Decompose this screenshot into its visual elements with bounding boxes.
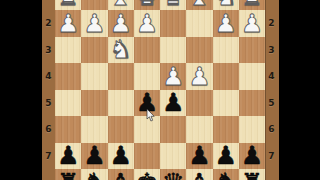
mouse-cursor-icon <box>146 109 155 122</box>
video-frame: ♜♝♚♛♝♞♜♟♟♟♟♟♟♞♟♟♟♟♟♟♟♟♟♟♜♞♝♚♛♝♞♜ 2233445… <box>0 0 320 180</box>
square-d6[interactable] <box>160 116 186 143</box>
square-b2[interactable]: ♟ <box>213 10 239 37</box>
white-pawn[interactable]: ♟ <box>109 11 131 36</box>
square-h6[interactable] <box>55 116 81 143</box>
square-h2[interactable]: ♟ <box>55 10 81 37</box>
white-pawn[interactable]: ♟ <box>241 11 263 36</box>
rank-label-2-left: 2 <box>42 10 55 37</box>
rank-label-7-right: 7 <box>265 143 278 170</box>
square-a5[interactable] <box>239 90 265 117</box>
rank-label-2-right: 2 <box>265 10 278 37</box>
square-d1[interactable]: ♛ <box>160 0 186 10</box>
square-b7[interactable]: ♟ <box>213 143 239 170</box>
square-a7[interactable]: ♟ <box>239 143 265 170</box>
square-h5[interactable] <box>55 90 81 117</box>
white-king[interactable]: ♚ <box>136 0 158 9</box>
rank-label-4-left: 4 <box>42 63 55 90</box>
square-f7[interactable]: ♟ <box>108 143 134 170</box>
square-g2[interactable]: ♟ <box>81 10 107 37</box>
chess-board[interactable]: ♜♝♚♛♝♞♜♟♟♟♟♟♟♞♟♟♟♟♟♟♟♟♟♟♜♞♝♚♛♝♞♜ <box>55 0 265 180</box>
square-h7[interactable]: ♟ <box>55 143 81 170</box>
square-b4[interactable] <box>213 63 239 90</box>
square-g5[interactable] <box>81 90 107 117</box>
rank-label-3-right: 3 <box>265 37 278 64</box>
square-h4[interactable] <box>55 63 81 90</box>
black-pawn[interactable]: ♟ <box>241 143 263 168</box>
rank-label-6-right: 6 <box>265 116 278 143</box>
black-bishop[interactable]: ♝ <box>188 170 210 180</box>
square-d2[interactable] <box>160 10 186 37</box>
black-pawn[interactable]: ♟ <box>83 143 105 168</box>
black-knight[interactable]: ♞ <box>214 170 236 180</box>
rank-label-4-right: 4 <box>265 63 278 90</box>
square-f6[interactable] <box>108 116 134 143</box>
rank-label-7-left: 7 <box>42 143 55 170</box>
black-pawn[interactable]: ♟ <box>214 143 236 168</box>
white-knight[interactable]: ♞ <box>109 37 131 62</box>
square-e2[interactable]: ♟ <box>134 10 160 37</box>
white-pawn[interactable]: ♟ <box>57 11 79 36</box>
square-c6[interactable] <box>186 116 212 143</box>
square-a8[interactable]: ♜ <box>239 169 265 180</box>
white-rook[interactable]: ♜ <box>57 0 79 9</box>
square-a4[interactable] <box>239 63 265 90</box>
square-e4[interactable] <box>134 63 160 90</box>
square-h3[interactable] <box>55 37 81 64</box>
square-f4[interactable] <box>108 63 134 90</box>
square-f2[interactable]: ♟ <box>108 10 134 37</box>
rank-label-6-left: 6 <box>42 116 55 143</box>
white-pawn[interactable]: ♟ <box>214 11 236 36</box>
square-f3[interactable]: ♞ <box>108 37 134 64</box>
white-pawn[interactable]: ♟ <box>83 11 105 36</box>
square-c3[interactable] <box>186 37 212 64</box>
square-g6[interactable] <box>81 116 107 143</box>
square-d3[interactable] <box>160 37 186 64</box>
square-d8[interactable]: ♛ <box>160 169 186 180</box>
black-pawn[interactable]: ♟ <box>188 143 210 168</box>
square-f5[interactable] <box>108 90 134 117</box>
white-bishop[interactable]: ♝ <box>188 0 210 9</box>
square-c2[interactable] <box>186 10 212 37</box>
square-c4[interactable]: ♟ <box>186 63 212 90</box>
rank-label-5-left: 5 <box>42 90 55 117</box>
white-knight[interactable]: ♞ <box>214 0 236 9</box>
square-f8[interactable]: ♝ <box>108 169 134 180</box>
black-pawn[interactable]: ♟ <box>109 143 131 168</box>
square-b5[interactable] <box>213 90 239 117</box>
white-pawn[interactable]: ♟ <box>188 64 210 89</box>
black-queen[interactable]: ♛ <box>162 170 184 180</box>
black-rook[interactable]: ♜ <box>241 170 263 180</box>
square-a6[interactable] <box>239 116 265 143</box>
white-queen[interactable]: ♛ <box>162 0 184 9</box>
square-e3[interactable] <box>134 37 160 64</box>
square-g4[interactable] <box>81 63 107 90</box>
square-e8[interactable]: ♚ <box>134 169 160 180</box>
square-b6[interactable] <box>213 116 239 143</box>
square-d5[interactable]: ♟ <box>160 90 186 117</box>
black-pawn[interactable]: ♟ <box>162 90 184 115</box>
square-b3[interactable] <box>213 37 239 64</box>
white-rook[interactable]: ♜ <box>241 0 263 9</box>
square-g3[interactable] <box>81 37 107 64</box>
square-d4[interactable]: ♟ <box>160 63 186 90</box>
black-king[interactable]: ♚ <box>136 170 158 180</box>
black-bishop[interactable]: ♝ <box>109 170 131 180</box>
white-pawn[interactable]: ♟ <box>136 11 158 36</box>
square-g8[interactable]: ♞ <box>81 169 107 180</box>
black-pawn[interactable]: ♟ <box>57 143 79 168</box>
square-g7[interactable]: ♟ <box>81 143 107 170</box>
black-knight[interactable]: ♞ <box>83 170 105 180</box>
rank-label-3-left: 3 <box>42 37 55 64</box>
square-a2[interactable]: ♟ <box>239 10 265 37</box>
square-e7[interactable] <box>134 143 160 170</box>
rank-label-5-right: 5 <box>265 90 278 117</box>
square-c1[interactable]: ♝ <box>186 0 212 10</box>
square-c5[interactable] <box>186 90 212 117</box>
white-bishop[interactable]: ♝ <box>109 0 131 9</box>
square-a3[interactable] <box>239 37 265 64</box>
black-rook[interactable]: ♜ <box>57 170 79 180</box>
square-b8[interactable]: ♞ <box>213 169 239 180</box>
square-d7[interactable] <box>160 143 186 170</box>
square-c8[interactable]: ♝ <box>186 169 212 180</box>
white-pawn[interactable]: ♟ <box>162 64 184 89</box>
square-c7[interactable]: ♟ <box>186 143 212 170</box>
square-h8[interactable]: ♜ <box>55 169 81 180</box>
